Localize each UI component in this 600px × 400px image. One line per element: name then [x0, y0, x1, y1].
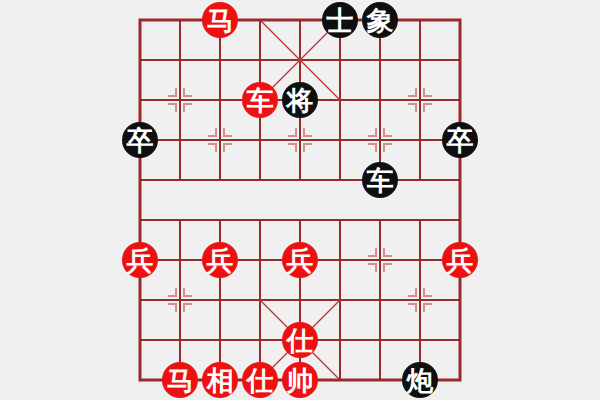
black-soldier[interactable]: 卒 — [442, 122, 478, 158]
xiangqi-board: 马车兵兵兵兵仕马相仕帅士象将卒卒车炮 — [0, 0, 600, 400]
red-horse[interactable]: 马 — [162, 362, 198, 398]
red-advisor[interactable]: 仕 — [282, 322, 318, 358]
black-elephant[interactable]: 象 — [362, 2, 398, 38]
black-soldier[interactable]: 卒 — [122, 122, 158, 158]
red-soldier[interactable]: 兵 — [282, 242, 318, 278]
black-chariot[interactable]: 车 — [362, 162, 398, 198]
red-general[interactable]: 帅 — [282, 362, 318, 398]
red-chariot[interactable]: 车 — [242, 82, 278, 118]
red-horse[interactable]: 马 — [202, 2, 238, 38]
red-soldier[interactable]: 兵 — [442, 242, 478, 278]
red-soldier[interactable]: 兵 — [122, 242, 158, 278]
black-advisor[interactable]: 士 — [322, 2, 358, 38]
red-advisor[interactable]: 仕 — [242, 362, 278, 398]
black-general[interactable]: 将 — [282, 82, 318, 118]
red-soldier[interactable]: 兵 — [202, 242, 238, 278]
red-elephant[interactable]: 相 — [202, 362, 238, 398]
black-cannon[interactable]: 炮 — [402, 362, 438, 398]
